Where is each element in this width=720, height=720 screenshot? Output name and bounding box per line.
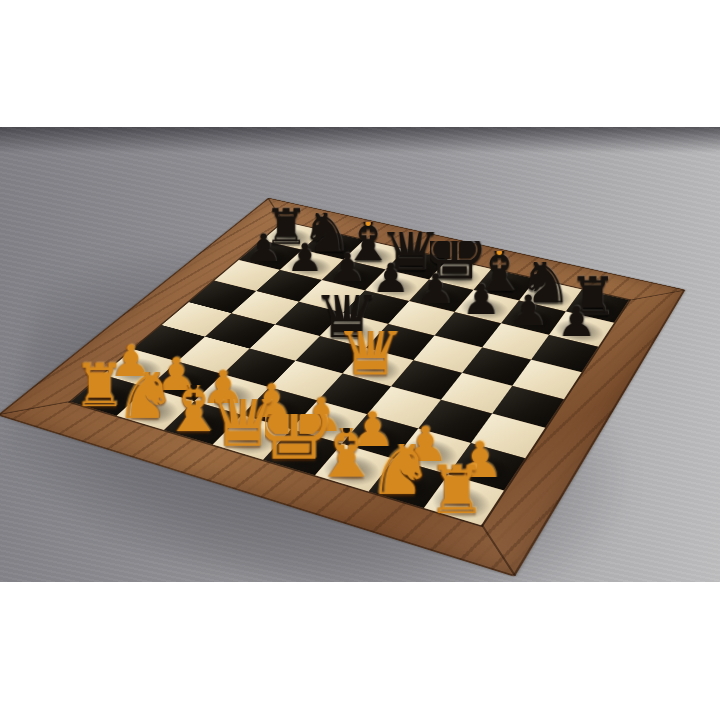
black-queen-finial — [344, 286, 350, 292]
black-pawn-glyph: ♟ — [416, 270, 455, 311]
frame-mitre-joint — [628, 290, 686, 301]
square-h6[interactable] — [531, 335, 598, 372]
white-king-finial — [291, 390, 297, 402]
black-bishop-finial — [365, 221, 370, 226]
white-band-bottom — [0, 582, 720, 720]
black-bishop-finial — [497, 250, 503, 256]
square-f5[interactable] — [413, 335, 482, 372]
black-pawn-glyph: ♟ — [556, 303, 597, 346]
black-king-finial — [452, 222, 457, 232]
white-queen-finial — [368, 321, 374, 327]
white-queen-finial — [240, 388, 247, 395]
square-e4[interactable]: ♛ — [343, 348, 414, 386]
piece-black-pawn-h7[interactable]: ♟ — [551, 294, 602, 345]
white-bishop-finial — [343, 426, 350, 433]
white-bishop-finial — [190, 383, 197, 390]
white-band-top — [0, 0, 720, 127]
black-queen-finial — [408, 223, 413, 228]
frame-mitre-joint — [0, 401, 72, 416]
